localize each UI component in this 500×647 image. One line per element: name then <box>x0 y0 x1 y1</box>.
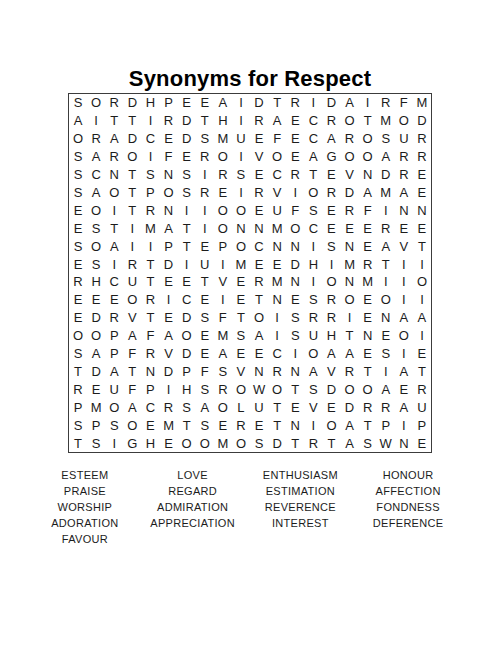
grid-cell: O <box>214 398 232 416</box>
grid-cell: E <box>250 130 268 148</box>
grid-cell: T <box>123 201 141 219</box>
grid-cell: V <box>341 166 359 184</box>
grid-cell: R <box>141 291 159 309</box>
grid-cell: G <box>322 148 340 166</box>
grid-cell: T <box>413 362 431 380</box>
grid-cell: S <box>286 309 304 327</box>
grid-cell: F <box>359 201 377 219</box>
grid-cell: V <box>214 273 232 291</box>
grid-cell: A <box>160 219 178 237</box>
grid-cell: O <box>214 201 232 219</box>
grid-cell: D <box>377 166 395 184</box>
grid-cell: N <box>160 201 178 219</box>
grid-cell: A <box>322 130 340 148</box>
grid-cell: U <box>395 130 413 148</box>
grid-cell: R <box>359 255 377 273</box>
grid-cell: S <box>196 416 214 434</box>
grid-cell: R <box>322 291 340 309</box>
grid-cell: N <box>377 309 395 327</box>
grid-cell: R <box>160 398 178 416</box>
grid-cell: A <box>377 380 395 398</box>
grid-cell: R <box>232 416 250 434</box>
grid-cell: H <box>214 112 232 130</box>
grid-cell: R <box>304 309 322 327</box>
grid-cell: N <box>286 416 304 434</box>
grid-cell: D <box>178 309 196 327</box>
grid-cell: E <box>160 130 178 148</box>
grid-cell: A <box>87 183 105 201</box>
grid-cell: I <box>232 112 250 130</box>
grid-cell: D <box>413 112 431 130</box>
grid-cell: F <box>141 327 159 345</box>
grid-cell: I <box>178 201 196 219</box>
grid-cell: E <box>69 309 87 327</box>
grid-cell: F <box>160 148 178 166</box>
grid-cell: S <box>196 130 214 148</box>
grid-cell: O <box>87 94 105 112</box>
grid-cell: T <box>286 380 304 398</box>
grid-cell: O <box>341 291 359 309</box>
grid-cell: D <box>123 130 141 148</box>
grid-cell: O <box>359 380 377 398</box>
grid-cell: O <box>250 309 268 327</box>
grid-cell: T <box>123 112 141 130</box>
grid-cell: S <box>304 380 322 398</box>
grid-cell: D <box>123 94 141 112</box>
grid-cell: R <box>69 380 87 398</box>
grid-cell: O <box>196 434 214 452</box>
grid-cell: R <box>377 398 395 416</box>
grid-cell: F <box>214 309 232 327</box>
grid-cell: A <box>395 183 413 201</box>
grid-cell: O <box>214 219 232 237</box>
grid-cell: N <box>268 291 286 309</box>
word-list-column-2: LOVEREGARDADMIRATIONAPPRECIATION <box>139 467 247 547</box>
grid-cell: T <box>105 112 123 130</box>
grid-cell: I <box>395 345 413 363</box>
grid-cell: R <box>286 166 304 184</box>
grid-cell: O <box>322 416 340 434</box>
word-list-column-4: HONOURAFFECTIONFONDNESSDEFERENCE <box>354 467 462 547</box>
grid-cell: I <box>395 255 413 273</box>
grid-cell: I <box>141 237 159 255</box>
grid-cell: E <box>413 434 431 452</box>
grid-cell: R <box>268 362 286 380</box>
grid-cell: U <box>268 201 286 219</box>
word-list-item: REGARD <box>139 483 247 499</box>
grid-cell: T <box>105 219 123 237</box>
word-list-item: ESTIMATION <box>247 483 355 499</box>
grid-cell: E <box>196 345 214 363</box>
grid-cell: E <box>178 273 196 291</box>
grid-cell: S <box>87 219 105 237</box>
grid-cell: O <box>341 148 359 166</box>
grid-cell: T <box>359 416 377 434</box>
grid-cell: E <box>69 291 87 309</box>
grid-cell: A <box>250 327 268 345</box>
grid-cell: F <box>123 380 141 398</box>
grid-cell: I <box>286 183 304 201</box>
grid-cell: S <box>178 166 196 184</box>
grid-cell: O <box>341 380 359 398</box>
grid-cell: A <box>69 112 87 130</box>
grid-cell: E <box>322 398 340 416</box>
grid-cell: O <box>87 201 105 219</box>
grid-cell: D <box>322 380 340 398</box>
grid-cell: R <box>359 398 377 416</box>
grid-cell: U <box>232 130 250 148</box>
grid-cell: O <box>178 327 196 345</box>
grid-cell: S <box>87 255 105 273</box>
word-list-item: INTEREST <box>247 515 355 531</box>
grid-cell: O <box>322 273 340 291</box>
grid-cell: E <box>359 219 377 237</box>
grid-cell: D <box>250 94 268 112</box>
grid-cell: R <box>141 201 159 219</box>
grid-cell: E <box>214 183 232 201</box>
grid-cell: O <box>69 327 87 345</box>
grid-cell: D <box>178 112 196 130</box>
grid-cell: I <box>196 219 214 237</box>
grid-cell: R <box>322 112 340 130</box>
grid-cell: N <box>395 434 413 452</box>
grid-cell: H <box>141 94 159 112</box>
grid-cell: E <box>232 273 250 291</box>
grid-cell: R <box>196 148 214 166</box>
word-list-item: FAVOUR <box>31 531 139 547</box>
grid-cell: I <box>214 291 232 309</box>
grid-cell: I <box>286 345 304 363</box>
word-list-item: AFFECTION <box>354 483 462 499</box>
grid-cell: S <box>359 434 377 452</box>
grid-cell: A <box>304 362 322 380</box>
grid-cell: A <box>214 94 232 112</box>
grid-cell: P <box>105 327 123 345</box>
grid-cell: A <box>395 398 413 416</box>
grid-cell: R <box>413 380 431 398</box>
grid-cell: O <box>268 380 286 398</box>
grid-cell: D <box>178 130 196 148</box>
grid-cell: D <box>322 94 340 112</box>
grid-cell: M <box>413 94 431 112</box>
grid-cell: V <box>395 237 413 255</box>
grid-cell: T <box>413 237 431 255</box>
grid-cell: C <box>304 112 322 130</box>
grid-cell: N <box>232 219 250 237</box>
grid-cell: T <box>69 434 87 452</box>
grid-cell: M <box>214 130 232 148</box>
grid-cell: H <box>304 255 322 273</box>
grid-cell: S <box>196 309 214 327</box>
grid-cell: T <box>250 291 268 309</box>
grid-cell: N <box>413 201 431 219</box>
grid-cell: E <box>286 148 304 166</box>
grid-cell: T <box>178 237 196 255</box>
grid-cell: T <box>178 219 196 237</box>
word-list-item: ADMIRATION <box>139 499 247 515</box>
grid-cell: R <box>214 380 232 398</box>
grid-cell: P <box>105 345 123 363</box>
grid-cell: S <box>377 130 395 148</box>
grid-cell: O <box>359 130 377 148</box>
grid-cell: P <box>160 94 178 112</box>
grid-cell: R <box>377 219 395 237</box>
grid-cell: V <box>268 183 286 201</box>
grid-cell: N <box>395 201 413 219</box>
grid-cell: H <box>141 434 159 452</box>
grid-cell: O <box>395 112 413 130</box>
grid-cell: R <box>196 183 214 201</box>
word-search-grid: SORDHPEEAIDTRIDAIRFMAITTIRDTHIRAECROTMOD… <box>68 93 432 453</box>
grid-cell: D <box>341 183 359 201</box>
grid-cell: A <box>377 148 395 166</box>
grid-cell: A <box>87 148 105 166</box>
word-list-item: PRAISE <box>31 483 139 499</box>
grid-cell: N <box>359 166 377 184</box>
grid-cell: S <box>178 183 196 201</box>
grid-cell: R <box>322 183 340 201</box>
grid-cell: N <box>341 237 359 255</box>
grid-cell: E <box>214 416 232 434</box>
grid-cell: O <box>413 273 431 291</box>
grid-cell: E <box>286 291 304 309</box>
grid-cell: M <box>214 434 232 452</box>
grid-cell: T <box>359 362 377 380</box>
grid-cell: A <box>196 398 214 416</box>
grid-cell: I <box>232 94 250 112</box>
grid-cell: R <box>160 112 178 130</box>
grid-cell: T <box>69 362 87 380</box>
grid-cell: S <box>69 166 87 184</box>
grid-cell: H <box>322 327 340 345</box>
grid-cell: E <box>359 309 377 327</box>
grid-cell: M <box>359 273 377 291</box>
grid-cell: I <box>304 273 322 291</box>
grid-cell: E <box>322 219 340 237</box>
grid-cell: I <box>105 201 123 219</box>
grid-cell: I <box>196 201 214 219</box>
grid-cell: O <box>232 380 250 398</box>
grid-cell: E <box>395 380 413 398</box>
grid-cell: R <box>250 183 268 201</box>
grid-cell: E <box>69 219 87 237</box>
grid-cell: E <box>232 291 250 309</box>
grid-cell: T <box>268 416 286 434</box>
puzzle-title: Synonyms for Respect <box>0 66 500 92</box>
grid-cell: C <box>178 291 196 309</box>
grid-cell: U <box>304 327 322 345</box>
grid-cell: S <box>196 380 214 398</box>
grid-cell: S <box>105 416 123 434</box>
word-list-item: HONOUR <box>354 467 462 483</box>
grid-cell: R <box>105 309 123 327</box>
grid-cell: O <box>232 201 250 219</box>
grid-cell: S <box>69 148 87 166</box>
grid-cell: E <box>69 201 87 219</box>
grid-cell: I <box>377 362 395 380</box>
grid-cell: T <box>377 255 395 273</box>
grid-cell: R <box>322 309 340 327</box>
grid-cell: S <box>69 416 87 434</box>
grid-cell: I <box>413 327 431 345</box>
grid-cell: R <box>87 130 105 148</box>
grid-cell: C <box>304 130 322 148</box>
grid-cell: N <box>105 166 123 184</box>
grid-cell: L <box>232 398 250 416</box>
grid-cell: N <box>250 219 268 237</box>
grid-cell: A <box>341 416 359 434</box>
grid-cell: V <box>250 148 268 166</box>
grid-cell: S <box>87 434 105 452</box>
grid-cell: A <box>413 309 431 327</box>
grid-cell: R <box>341 201 359 219</box>
grid-cell: R <box>214 166 232 184</box>
grid-cell: N <box>160 166 178 184</box>
grid-cell: W <box>250 380 268 398</box>
grid-cell: A <box>341 345 359 363</box>
grid-cell: I <box>105 255 123 273</box>
grid-cell: A <box>123 327 141 345</box>
grid-cell: E <box>359 291 377 309</box>
grid-cell: C <box>268 345 286 363</box>
grid-cell: S <box>69 237 87 255</box>
grid-cell: E <box>232 345 250 363</box>
grid-cell: O <box>341 112 359 130</box>
grid-cell: N <box>286 273 304 291</box>
grid-cell: M <box>87 398 105 416</box>
grid-cell: M <box>232 255 250 273</box>
grid-cell: E <box>250 416 268 434</box>
grid-cell: E <box>413 345 431 363</box>
grid-cell: O <box>232 237 250 255</box>
grid-cell: D <box>87 309 105 327</box>
grid-cell: N <box>359 327 377 345</box>
grid-cell: A <box>395 309 413 327</box>
grid-cell: M <box>160 416 178 434</box>
grid-cell: N <box>141 362 159 380</box>
grid-cell: A <box>123 398 141 416</box>
grid-cell: O <box>87 327 105 345</box>
grid-cell: E <box>250 255 268 273</box>
word-list-column-3: ENTHUSIASMESTIMATIONREVERENCEINTEREST <box>247 467 355 547</box>
grid-cell: H <box>178 380 196 398</box>
grid-cell: V <box>123 309 141 327</box>
grid-cell: E <box>196 291 214 309</box>
grid-cell: R <box>286 94 304 112</box>
grid-cell: E <box>286 130 304 148</box>
grid-cell: R <box>395 166 413 184</box>
grid-cell: R <box>105 94 123 112</box>
grid-cell: M <box>377 183 395 201</box>
grid-cell: O <box>268 148 286 166</box>
grid-cell: S <box>322 237 340 255</box>
grid-cell: E <box>105 291 123 309</box>
grid-cell: E <box>322 166 340 184</box>
grid-cell: I <box>141 112 159 130</box>
word-list-item: WORSHIP <box>31 499 139 515</box>
grid-cell: I <box>141 148 159 166</box>
grid-cell: C <box>141 398 159 416</box>
grid-cell: P <box>69 398 87 416</box>
grid-cell: P <box>178 362 196 380</box>
grid-cell: T <box>268 398 286 416</box>
grid-cell: P <box>413 416 431 434</box>
grid-cell: E <box>395 219 413 237</box>
grid-cell: E <box>413 183 431 201</box>
grid-cell: D <box>341 398 359 416</box>
grid-cell: I <box>377 201 395 219</box>
grid-cell: T <box>123 183 141 201</box>
grid-cell: P <box>160 237 178 255</box>
grid-cell: D <box>160 362 178 380</box>
grid-cell: R <box>377 94 395 112</box>
grid-cell: U <box>196 255 214 273</box>
grid-cell: I <box>123 237 141 255</box>
grid-cell: M <box>214 327 232 345</box>
grid-cell: T <box>123 166 141 184</box>
grid-cell: A <box>377 237 395 255</box>
grid-cell: E <box>250 166 268 184</box>
grid-cell: E <box>196 237 214 255</box>
grid-cell: V <box>232 362 250 380</box>
grid-cell: T <box>286 434 304 452</box>
grid-cell: C <box>304 219 322 237</box>
grid-cell: T <box>196 112 214 130</box>
grid-cell: T <box>196 273 214 291</box>
grid-cell: R <box>304 434 322 452</box>
grid-cell: T <box>359 112 377 130</box>
grid-cell: E <box>196 94 214 112</box>
grid-cell: A <box>304 148 322 166</box>
grid-cell: H <box>87 273 105 291</box>
grid-cell: N <box>250 362 268 380</box>
grid-cell: N <box>286 362 304 380</box>
grid-cell: O <box>304 183 322 201</box>
grid-cell: R <box>141 345 159 363</box>
grid-cell: I <box>304 237 322 255</box>
grid-cell: E <box>341 219 359 237</box>
grid-cell: M <box>268 219 286 237</box>
grid-cell: R <box>105 148 123 166</box>
grid-cell: S <box>69 94 87 112</box>
grid-cell: S <box>178 398 196 416</box>
grid-cell: O <box>286 219 304 237</box>
grid-cell: O <box>160 183 178 201</box>
grid-cell: O <box>87 237 105 255</box>
grid-cell: E <box>178 148 196 166</box>
grid-cell: S <box>250 434 268 452</box>
word-list-item: REVERENCE <box>247 499 355 515</box>
grid-cell: E <box>359 345 377 363</box>
grid-cell: I <box>160 291 178 309</box>
grid-cell: S <box>286 327 304 345</box>
grid-cell: A <box>341 94 359 112</box>
word-list-item: ENTHUSIASM <box>247 467 355 483</box>
grid-cell: E <box>359 237 377 255</box>
grid-cell: N <box>286 237 304 255</box>
grid-cell: E <box>87 291 105 309</box>
grid-cell: R <box>250 112 268 130</box>
grid-cell: O <box>304 345 322 363</box>
grid-cell: M <box>141 219 159 237</box>
grid-cell: F <box>395 94 413 112</box>
grid-cell: M <box>268 273 286 291</box>
grid-cell: A <box>341 434 359 452</box>
grid-cell: V <box>160 345 178 363</box>
grid-cell: I <box>377 273 395 291</box>
grid-cell: V <box>322 362 340 380</box>
grid-cell: A <box>105 362 123 380</box>
